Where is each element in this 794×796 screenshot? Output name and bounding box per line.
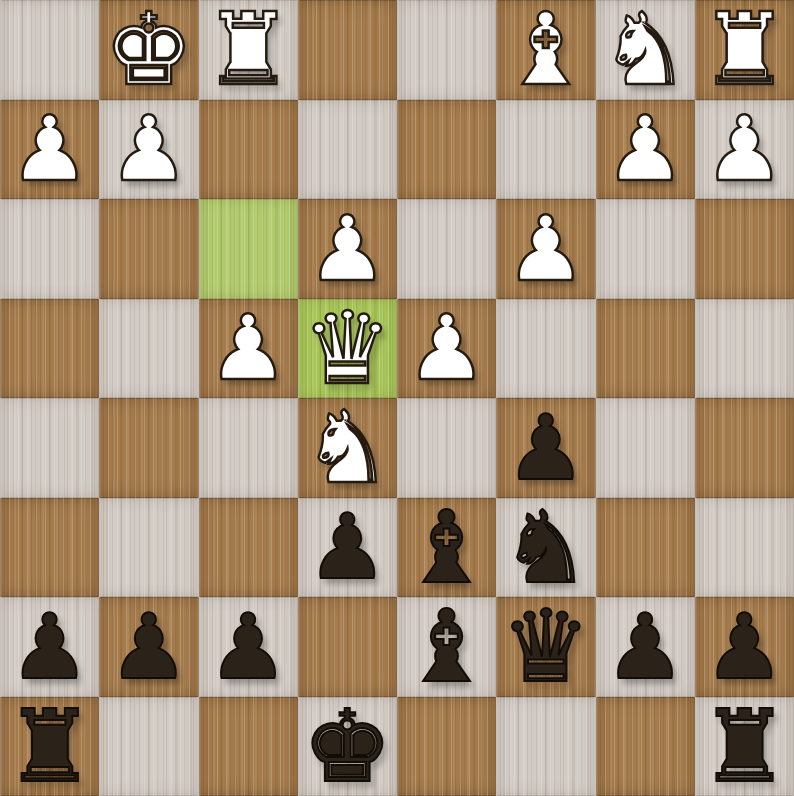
square-d6[interactable]: ♝ xyxy=(397,498,496,598)
square-e8[interactable]: ♚ xyxy=(298,697,397,796)
square-f7[interactable]: ♟ xyxy=(199,597,298,697)
square-c7[interactable]: ♛ xyxy=(496,597,595,697)
square-a7[interactable]: ♟ xyxy=(695,597,794,697)
white-knight-b1[interactable]: ♞ xyxy=(600,0,690,100)
square-g1[interactable]: ♚ xyxy=(99,0,198,100)
black-pawn-e6[interactable]: ♟ xyxy=(307,502,388,592)
black-pawn-b7[interactable]: ♟ xyxy=(605,602,686,692)
black-bishop-d6[interactable]: ♝ xyxy=(402,498,492,598)
black-bishop-d7[interactable]: ♝ xyxy=(402,597,492,697)
square-h8[interactable]: ♜ xyxy=(0,697,99,796)
square-f2[interactable] xyxy=(199,100,298,200)
square-a5[interactable] xyxy=(695,398,794,498)
black-pawn-h7[interactable]: ♟ xyxy=(9,602,90,692)
square-g3[interactable] xyxy=(99,199,198,299)
white-queen-e4[interactable]: ♛ xyxy=(303,299,393,399)
square-h4[interactable] xyxy=(0,299,99,399)
square-b4[interactable] xyxy=(596,299,695,399)
square-e1[interactable] xyxy=(298,0,397,100)
square-g7[interactable]: ♟ xyxy=(99,597,198,697)
square-c6[interactable]: ♞ xyxy=(496,498,595,598)
square-e5[interactable]: ♞ xyxy=(298,398,397,498)
square-b7[interactable]: ♟ xyxy=(596,597,695,697)
black-pawn-c5[interactable]: ♟ xyxy=(506,403,587,493)
square-f8[interactable] xyxy=(199,697,298,796)
square-a8[interactable]: ♜ xyxy=(695,697,794,796)
square-g6[interactable] xyxy=(99,498,198,598)
square-f3[interactable] xyxy=(199,199,298,299)
white-rook-a1[interactable]: ♜ xyxy=(700,0,790,100)
square-b1[interactable]: ♞ xyxy=(596,0,695,100)
square-b6[interactable] xyxy=(596,498,695,598)
square-c8[interactable] xyxy=(496,697,595,796)
square-c5[interactable]: ♟ xyxy=(496,398,595,498)
white-pawn-a2[interactable]: ♟ xyxy=(704,104,785,194)
square-e7[interactable] xyxy=(298,597,397,697)
square-h6[interactable] xyxy=(0,498,99,598)
square-c2[interactable] xyxy=(496,100,595,200)
square-h7[interactable]: ♟ xyxy=(0,597,99,697)
white-pawn-g2[interactable]: ♟ xyxy=(109,104,190,194)
square-e6[interactable]: ♟ xyxy=(298,498,397,598)
square-e3[interactable]: ♟ xyxy=(298,199,397,299)
square-f6[interactable] xyxy=(199,498,298,598)
square-e4[interactable]: ♛ xyxy=(298,299,397,399)
square-d3[interactable] xyxy=(397,199,496,299)
square-b2[interactable]: ♟ xyxy=(596,100,695,200)
white-king-g1[interactable]: ♚ xyxy=(104,0,194,100)
white-pawn-d4[interactable]: ♟ xyxy=(406,303,487,393)
black-rook-h8[interactable]: ♜ xyxy=(5,697,95,796)
white-pawn-c3[interactable]: ♟ xyxy=(506,204,587,294)
square-c4[interactable] xyxy=(496,299,595,399)
square-d5[interactable] xyxy=(397,398,496,498)
square-b3[interactable] xyxy=(596,199,695,299)
square-h5[interactable] xyxy=(0,398,99,498)
square-a4[interactable] xyxy=(695,299,794,399)
square-d7[interactable]: ♝ xyxy=(397,597,496,697)
square-f4[interactable]: ♟ xyxy=(199,299,298,399)
square-d1[interactable] xyxy=(397,0,496,100)
square-b8[interactable] xyxy=(596,697,695,796)
square-d4[interactable]: ♟ xyxy=(397,299,496,399)
square-a3[interactable] xyxy=(695,199,794,299)
square-c3[interactable]: ♟ xyxy=(496,199,595,299)
white-pawn-e3[interactable]: ♟ xyxy=(307,204,388,294)
white-bishop-c1[interactable]: ♝ xyxy=(501,0,591,100)
square-h3[interactable] xyxy=(0,199,99,299)
square-g4[interactable] xyxy=(99,299,198,399)
square-d2[interactable] xyxy=(397,100,496,200)
white-pawn-h2[interactable]: ♟ xyxy=(9,104,90,194)
black-queen-c7[interactable]: ♛ xyxy=(501,597,591,697)
square-f5[interactable] xyxy=(199,398,298,498)
square-f1[interactable]: ♜ xyxy=(199,0,298,100)
chess-board: ♚♜♝♞♜♟♟♟♟♟♟♟♛♟♞♟♟♝♞♟♟♟♝♛♟♟♜♚♜ xyxy=(0,0,794,796)
black-pawn-a7[interactable]: ♟ xyxy=(704,602,785,692)
black-pawn-g7[interactable]: ♟ xyxy=(109,602,190,692)
square-d8[interactable] xyxy=(397,697,496,796)
white-pawn-b2[interactable]: ♟ xyxy=(605,104,686,194)
square-a2[interactable]: ♟ xyxy=(695,100,794,200)
square-c1[interactable]: ♝ xyxy=(496,0,595,100)
black-pawn-f7[interactable]: ♟ xyxy=(208,602,289,692)
white-rook-f1[interactable]: ♜ xyxy=(203,0,293,100)
square-g5[interactable] xyxy=(99,398,198,498)
square-a1[interactable]: ♜ xyxy=(695,0,794,100)
black-rook-a8[interactable]: ♜ xyxy=(700,697,790,796)
white-knight-e5[interactable]: ♞ xyxy=(303,398,393,498)
square-h2[interactable]: ♟ xyxy=(0,100,99,200)
black-king-e8[interactable]: ♚ xyxy=(303,697,393,796)
square-g8[interactable] xyxy=(99,697,198,796)
square-h1[interactable] xyxy=(0,0,99,100)
square-e2[interactable] xyxy=(298,100,397,200)
white-pawn-f4[interactable]: ♟ xyxy=(208,303,289,393)
square-b5[interactable] xyxy=(596,398,695,498)
square-g2[interactable]: ♟ xyxy=(99,100,198,200)
black-knight-c6[interactable]: ♞ xyxy=(501,498,591,598)
square-a6[interactable] xyxy=(695,498,794,598)
